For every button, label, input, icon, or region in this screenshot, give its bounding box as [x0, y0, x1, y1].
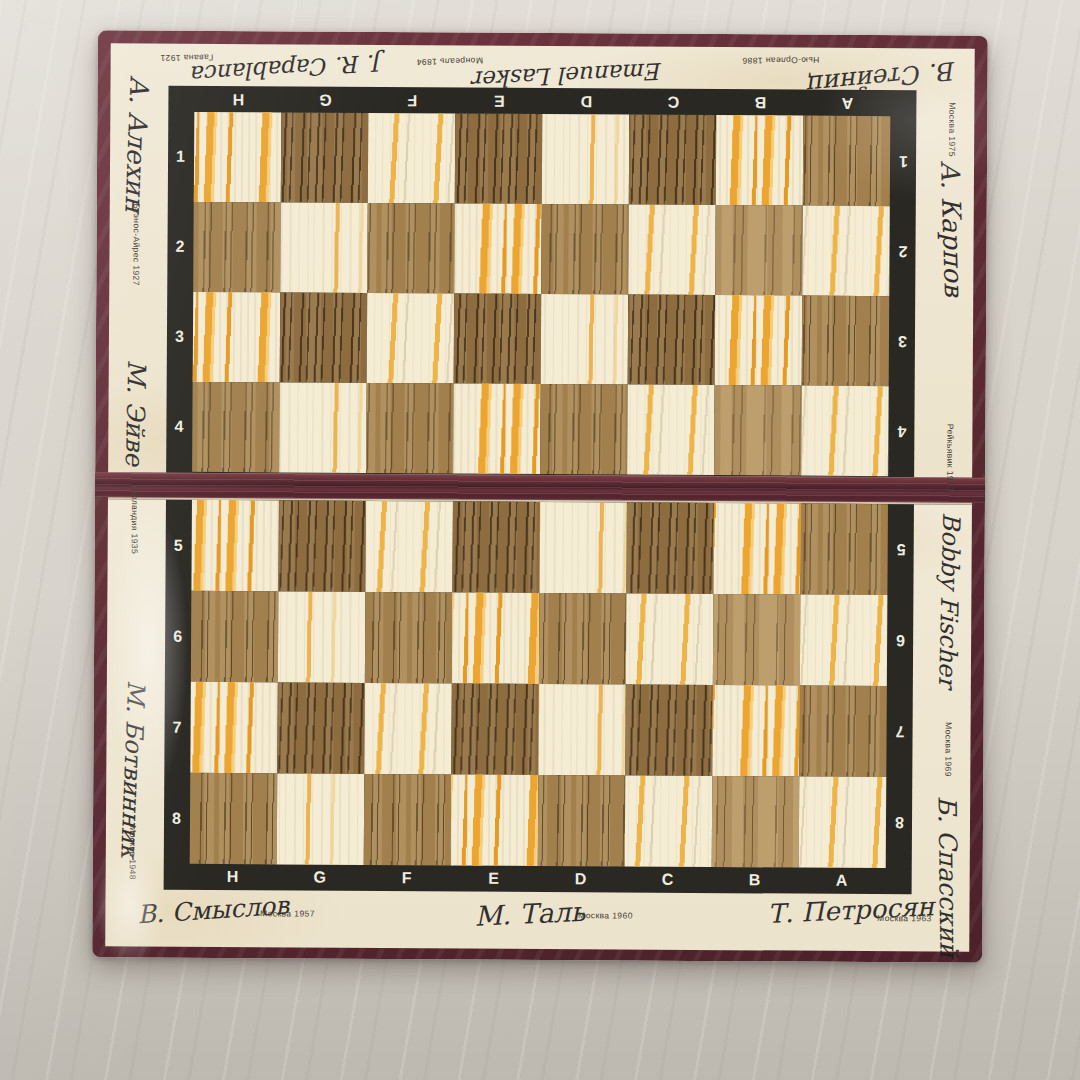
square-c4[interactable]	[627, 385, 715, 476]
square-f6[interactable]	[365, 592, 453, 684]
file-label-g: G	[277, 864, 364, 891]
label-alekhine: Буэнос-Айрес 1927	[131, 190, 142, 300]
square-h3[interactable]	[193, 292, 281, 383]
square-e3[interactable]	[454, 293, 542, 384]
square-f3[interactable]	[367, 293, 455, 384]
rank-label-7: 7	[164, 682, 191, 773]
rank-labels-bottom-left: 5678	[164, 500, 192, 864]
square-b3[interactable]	[715, 295, 803, 386]
rank-label-8: 8	[164, 773, 191, 864]
signature-karpov: А. Карпов	[937, 160, 966, 281]
file-label-d: D	[538, 866, 625, 893]
rank-labels-bottom-right: 5678	[886, 504, 914, 868]
square-d7[interactable]	[538, 684, 626, 776]
board-bottom-half: HGFEDCBA 5678 5678	[105, 497, 972, 951]
file-label-a: A	[799, 868, 886, 895]
square-c3[interactable]	[628, 295, 716, 386]
square-e4[interactable]	[453, 383, 541, 474]
file-label-b: B	[716, 89, 803, 116]
square-a7[interactable]	[799, 686, 887, 778]
file-label-e: E	[451, 865, 538, 892]
square-a2[interactable]	[802, 206, 890, 297]
square-d2[interactable]	[541, 204, 629, 295]
square-d5[interactable]	[539, 502, 627, 594]
squares-ranks-1-4	[192, 112, 890, 476]
square-d6[interactable]	[539, 593, 627, 685]
file-label-f: F	[364, 865, 451, 892]
rank-labels-top-right: 1234	[888, 116, 916, 476]
square-f5[interactable]	[365, 501, 453, 593]
label-smyslov: Москва 1957	[257, 908, 317, 918]
square-g5[interactable]	[278, 500, 366, 592]
folding-chessboard: HGFEDCBA 1234 1234 HGFEDCBA 5678 5678 Га…	[92, 30, 988, 962]
rank-label-2: 2	[889, 206, 916, 296]
square-g3[interactable]	[280, 292, 368, 383]
file-label-f: F	[368, 87, 455, 114]
square-b8[interactable]	[712, 776, 800, 868]
rank-label-5: 5	[887, 504, 914, 595]
label-fischer: Рейкьявик 1972	[945, 407, 956, 507]
rank-labels-top-left: 1234	[166, 112, 194, 472]
square-d3[interactable]	[541, 294, 629, 385]
square-h5[interactable]	[191, 500, 279, 592]
file-label-c: C	[625, 867, 712, 894]
square-e7[interactable]	[451, 683, 539, 775]
label-tal: Москва 1960	[570, 910, 640, 920]
signature-tal: М. Таль	[474, 899, 560, 930]
rank-label-8: 8	[886, 777, 913, 868]
file-label-g: G	[281, 86, 368, 113]
rank-label-6: 6	[165, 591, 192, 682]
table-surface: HGFEDCBA 1234 1234 HGFEDCBA 5678 5678 Га…	[0, 0, 1080, 1080]
squares-ranks-5-8	[190, 500, 888, 868]
square-e6[interactable]	[452, 592, 540, 684]
signature-botvinnik: М. Ботвинник	[119, 680, 149, 821]
label-spassky: Москва 1969	[943, 704, 954, 794]
rank-label-2: 2	[167, 202, 194, 292]
border-band-top-half: HGFEDCBA 1234 1234	[166, 86, 916, 478]
signature-smyslov: В. Смыслов	[137, 895, 248, 927]
label-petrosian: Москва 1963	[874, 913, 934, 923]
square-d8[interactable]	[538, 775, 626, 867]
square-g4[interactable]	[279, 382, 367, 473]
square-e8[interactable]	[451, 774, 539, 866]
signature-alekhine: А. Алехин	[122, 75, 153, 206]
file-label-b: B	[712, 867, 799, 894]
square-c5[interactable]	[626, 503, 714, 595]
square-a1[interactable]	[803, 116, 891, 207]
square-d4[interactable]	[540, 384, 628, 475]
square-h8[interactable]	[190, 773, 278, 865]
board-top-half: HGFEDCBA 1234 1234	[108, 43, 975, 479]
square-g6[interactable]	[278, 591, 366, 683]
file-labels-bottom: HGFEDCBA	[190, 864, 886, 894]
square-f8[interactable]	[364, 774, 452, 866]
square-e2[interactable]	[454, 203, 542, 294]
square-c7[interactable]	[625, 685, 713, 777]
signature-euwe: М. Эйве	[122, 353, 150, 474]
file-label-c: C	[629, 89, 716, 116]
rank-label-6: 6	[887, 595, 914, 686]
rank-label-3: 3	[167, 292, 194, 382]
square-d1[interactable]	[542, 114, 630, 205]
square-a6[interactable]	[800, 595, 888, 687]
signature-petrosian: Т. Петросян	[767, 896, 868, 927]
square-b1[interactable]	[716, 115, 804, 206]
rank-label-7: 7	[886, 686, 913, 777]
square-b5[interactable]	[713, 503, 801, 595]
label-euwe: Голландия 1935	[130, 469, 141, 569]
rank-label-4: 4	[166, 382, 193, 472]
label-lasker: Монреаль 1894	[415, 55, 485, 67]
square-f7[interactable]	[364, 683, 452, 775]
square-h6[interactable]	[191, 591, 279, 683]
square-c2[interactable]	[628, 205, 716, 296]
label-steinitz: Нью-Орлеан 1886	[741, 55, 821, 66]
square-c6[interactable]	[626, 594, 714, 686]
signature-spassky: Б. Спасский	[935, 796, 961, 926]
square-g8[interactable]	[277, 773, 365, 865]
signature-fischer: Bobby Fischer	[936, 512, 964, 663]
rank-label-1: 1	[168, 112, 195, 202]
square-h1[interactable]	[194, 112, 282, 203]
square-f2[interactable]	[367, 203, 455, 294]
file-label-h: H	[190, 864, 277, 891]
square-a4[interactable]	[801, 386, 889, 477]
rank-label-5: 5	[165, 500, 192, 591]
square-b2[interactable]	[715, 205, 803, 296]
label-botvinnik: Москва 1948	[128, 807, 139, 897]
square-g1[interactable]	[281, 112, 369, 203]
square-b7[interactable]	[712, 685, 800, 777]
rank-label-4: 4	[888, 386, 915, 476]
square-g7[interactable]	[277, 682, 365, 774]
border-band-bottom-half: HGFEDCBA 5678 5678	[164, 500, 914, 895]
square-h2[interactable]	[193, 202, 281, 293]
square-f1[interactable]	[368, 113, 456, 204]
square-g2[interactable]	[280, 202, 368, 293]
file-label-h: H	[194, 86, 281, 113]
square-f4[interactable]	[366, 383, 454, 474]
file-label-d: D	[542, 88, 629, 115]
square-c8[interactable]	[625, 776, 713, 868]
square-a8[interactable]	[799, 777, 887, 869]
square-h7[interactable]	[190, 682, 278, 774]
rank-label-1: 1	[890, 116, 917, 206]
square-e1[interactable]	[455, 113, 543, 204]
square-h4[interactable]	[192, 382, 280, 473]
square-c1[interactable]	[629, 115, 717, 206]
square-e5[interactable]	[452, 501, 540, 593]
square-b4[interactable]	[714, 385, 802, 476]
square-a5[interactable]	[800, 504, 888, 596]
square-b6[interactable]	[713, 594, 801, 686]
square-a3[interactable]	[802, 296, 890, 387]
rank-label-3: 3	[889, 296, 916, 386]
